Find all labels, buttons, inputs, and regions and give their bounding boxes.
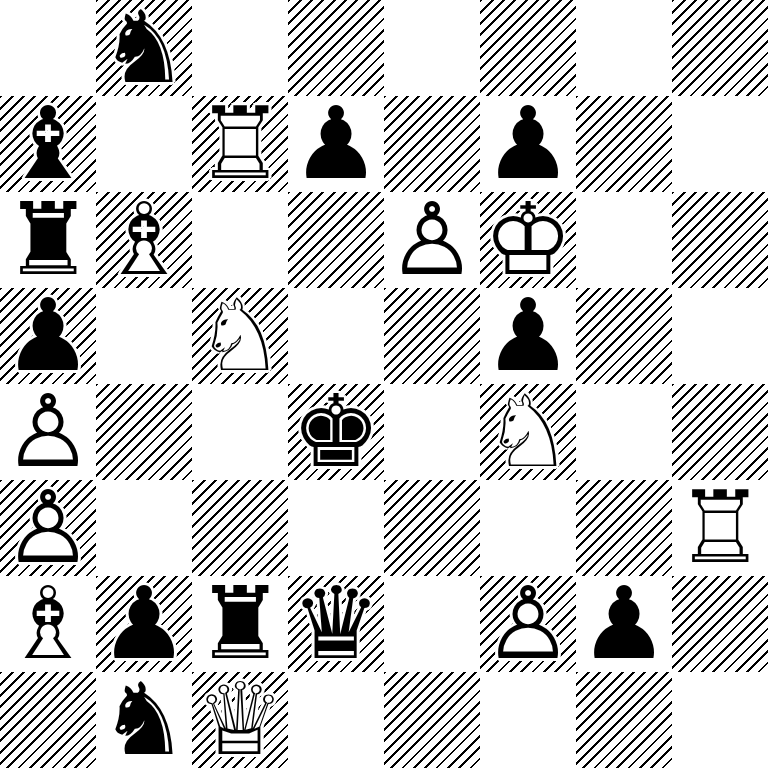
black-pawn[interactable]: ♟♟: [576, 576, 672, 672]
white-bishop[interactable]: ♝♗: [96, 192, 192, 288]
black-rook-icon: ♜: [0, 192, 96, 288]
square-a5[interactable]: ♟♟: [0, 288, 96, 384]
square-f1[interactable]: [480, 672, 576, 768]
black-pawn-icon: ♟: [576, 576, 672, 672]
white-pawn-icon: ♙: [0, 480, 96, 576]
black-bishop[interactable]: ♝♝: [0, 96, 96, 192]
white-rook[interactable]: ♜♖: [192, 96, 288, 192]
square-d6[interactable]: [288, 192, 384, 288]
square-d7[interactable]: ♟♟: [288, 96, 384, 192]
white-pawn-icon: ♙: [0, 384, 96, 480]
square-h3[interactable]: ♜♖: [672, 480, 768, 576]
square-c7[interactable]: ♜♖: [192, 96, 288, 192]
white-queen-icon: ♕: [192, 672, 288, 768]
square-b7[interactable]: [96, 96, 192, 192]
white-rook[interactable]: ♜♖: [672, 480, 768, 576]
black-knight[interactable]: ♞♞: [96, 672, 192, 768]
square-a4[interactable]: ♟♙: [0, 384, 96, 480]
black-pawn-icon: ♟: [96, 576, 192, 672]
square-b2[interactable]: ♟♟: [96, 576, 192, 672]
square-e6[interactable]: ♟♙: [384, 192, 480, 288]
square-b6[interactable]: ♝♗: [96, 192, 192, 288]
black-pawn[interactable]: ♟♟: [480, 96, 576, 192]
square-h7[interactable]: [672, 96, 768, 192]
black-pawn[interactable]: ♟♟: [96, 576, 192, 672]
square-h1[interactable]: [672, 672, 768, 768]
black-knight-icon: ♞: [96, 672, 192, 768]
square-b8[interactable]: ♞♞: [96, 0, 192, 96]
black-pawn-icon: ♟: [288, 96, 384, 192]
square-f7[interactable]: ♟♟: [480, 96, 576, 192]
black-king[interactable]: ♚♚: [288, 384, 384, 480]
square-a7[interactable]: ♝♝: [0, 96, 96, 192]
white-knight-icon: ♘: [480, 384, 576, 480]
black-rook-icon: ♜: [192, 576, 288, 672]
square-c8[interactable]: [192, 0, 288, 96]
white-bishop-icon: ♗: [0, 576, 96, 672]
square-d5[interactable]: [288, 288, 384, 384]
square-c1[interactable]: ♛♕: [192, 672, 288, 768]
square-g5[interactable]: [576, 288, 672, 384]
white-pawn-icon: ♙: [384, 192, 480, 288]
square-h5[interactable]: [672, 288, 768, 384]
square-a1[interactable]: [0, 672, 96, 768]
white-king[interactable]: ♚♔: [480, 192, 576, 288]
square-e5[interactable]: [384, 288, 480, 384]
square-g6[interactable]: [576, 192, 672, 288]
square-g1[interactable]: [576, 672, 672, 768]
white-rook-icon: ♖: [192, 96, 288, 192]
black-pawn[interactable]: ♟♟: [480, 288, 576, 384]
black-rook[interactable]: ♜♜: [192, 576, 288, 672]
square-h2[interactable]: [672, 576, 768, 672]
white-knight[interactable]: ♞♘: [480, 384, 576, 480]
square-a2[interactable]: ♝♗: [0, 576, 96, 672]
black-pawn[interactable]: ♟♟: [288, 96, 384, 192]
black-pawn-icon: ♟: [0, 288, 96, 384]
square-e4[interactable]: [384, 384, 480, 480]
square-a3[interactable]: ♟♙: [0, 480, 96, 576]
chess-board-wrap: ♞♞♝♝♜♖♟♟♟♟♜♜♝♗♟♙♚♔♟♟♞♘♟♟♟♙♚♚♞♘♟♙♜♖♝♗♟♟♜♜…: [0, 0, 768, 768]
black-rook[interactable]: ♜♜: [0, 192, 96, 288]
square-e7[interactable]: [384, 96, 480, 192]
square-c5[interactable]: ♞♘: [192, 288, 288, 384]
white-king-icon: ♔: [480, 192, 576, 288]
square-g4[interactable]: [576, 384, 672, 480]
square-f5[interactable]: ♟♟: [480, 288, 576, 384]
square-b1[interactable]: ♞♞: [96, 672, 192, 768]
white-knight-icon: ♘: [192, 288, 288, 384]
black-pawn-icon: ♟: [480, 288, 576, 384]
square-g3[interactable]: [576, 480, 672, 576]
white-pawn[interactable]: ♟♙: [384, 192, 480, 288]
black-knight[interactable]: ♞♞: [96, 0, 192, 96]
black-pawn[interactable]: ♟♟: [0, 288, 96, 384]
square-d1[interactable]: [288, 672, 384, 768]
square-e2[interactable]: [384, 576, 480, 672]
white-pawn[interactable]: ♟♙: [480, 576, 576, 672]
square-b3[interactable]: [96, 480, 192, 576]
square-h4[interactable]: [672, 384, 768, 480]
square-f3[interactable]: [480, 480, 576, 576]
square-a8[interactable]: [0, 0, 96, 96]
square-h6[interactable]: [672, 192, 768, 288]
white-knight[interactable]: ♞♘: [192, 288, 288, 384]
square-d3[interactable]: [288, 480, 384, 576]
white-pawn[interactable]: ♟♙: [0, 384, 96, 480]
square-c3[interactable]: [192, 480, 288, 576]
square-b4[interactable]: [96, 384, 192, 480]
black-bishop-icon: ♝: [0, 96, 96, 192]
black-queen-icon: ♛: [288, 576, 384, 672]
chess-board: ♞♞♝♝♜♖♟♟♟♟♜♜♝♗♟♙♚♔♟♟♞♘♟♟♟♙♚♚♞♘♟♙♜♖♝♗♟♟♜♜…: [0, 0, 768, 768]
black-knight-icon: ♞: [96, 0, 192, 96]
square-h8[interactable]: [672, 0, 768, 96]
square-c6[interactable]: [192, 192, 288, 288]
white-bishop[interactable]: ♝♗: [0, 576, 96, 672]
square-c2[interactable]: ♜♜: [192, 576, 288, 672]
white-pawn[interactable]: ♟♙: [0, 480, 96, 576]
square-e1[interactable]: [384, 672, 480, 768]
square-a6[interactable]: ♜♜: [0, 192, 96, 288]
square-f2[interactable]: ♟♙: [480, 576, 576, 672]
square-b5[interactable]: [96, 288, 192, 384]
black-queen[interactable]: ♛♛: [288, 576, 384, 672]
square-g8[interactable]: [576, 0, 672, 96]
black-pawn-icon: ♟: [480, 96, 576, 192]
white-bishop-icon: ♗: [96, 192, 192, 288]
square-g2[interactable]: ♟♟: [576, 576, 672, 672]
black-king-icon: ♚: [288, 384, 384, 480]
square-c4[interactable]: [192, 384, 288, 480]
square-f6[interactable]: ♚♔: [480, 192, 576, 288]
square-f8[interactable]: [480, 0, 576, 96]
white-pawn-icon: ♙: [480, 576, 576, 672]
square-d2[interactable]: ♛♛: [288, 576, 384, 672]
square-f4[interactable]: ♞♘: [480, 384, 576, 480]
white-rook-icon: ♖: [672, 480, 768, 576]
square-e3[interactable]: [384, 480, 480, 576]
white-queen[interactable]: ♛♕: [192, 672, 288, 768]
square-e8[interactable]: [384, 0, 480, 96]
square-g7[interactable]: [576, 96, 672, 192]
square-d8[interactable]: [288, 0, 384, 96]
square-d4[interactable]: ♚♚: [288, 384, 384, 480]
